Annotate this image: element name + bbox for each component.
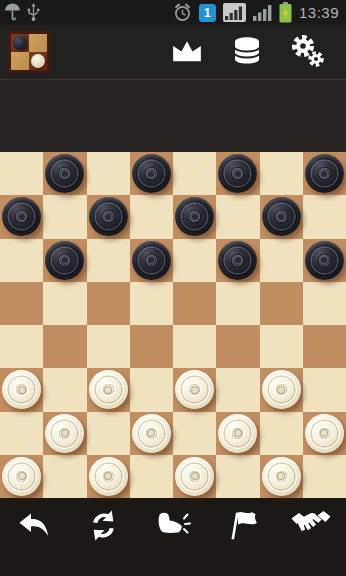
coins-button[interactable] bbox=[230, 32, 264, 72]
white-piece[interactable] bbox=[89, 457, 128, 496]
board-square[interactable] bbox=[130, 412, 173, 455]
black-piece[interactable] bbox=[45, 241, 84, 280]
black-piece[interactable] bbox=[2, 197, 41, 236]
app-background-gap bbox=[0, 80, 346, 152]
white-piece[interactable] bbox=[45, 414, 84, 453]
app-icon-light-square bbox=[11, 52, 29, 70]
settings-button[interactable] bbox=[290, 32, 324, 72]
app-icon-white-piece bbox=[31, 54, 45, 68]
board-square[interactable] bbox=[303, 325, 346, 368]
app-icon-dark-square bbox=[11, 34, 29, 52]
board-square[interactable] bbox=[260, 412, 303, 455]
board-square[interactable] bbox=[43, 195, 86, 238]
board-square[interactable] bbox=[173, 282, 216, 325]
crown-icon bbox=[171, 39, 203, 66]
action-bar bbox=[0, 25, 346, 80]
black-piece[interactable] bbox=[218, 241, 257, 280]
app-icon-black-piece bbox=[13, 36, 27, 50]
board-square[interactable] bbox=[216, 282, 259, 325]
handshake-icon bbox=[291, 509, 331, 540]
board-square[interactable] bbox=[260, 195, 303, 238]
board-square[interactable] bbox=[130, 239, 173, 282]
gears-icon bbox=[290, 34, 324, 71]
board-square[interactable] bbox=[43, 152, 86, 195]
board-square[interactable] bbox=[260, 368, 303, 411]
board-square[interactable] bbox=[260, 239, 303, 282]
board-square[interactable] bbox=[173, 239, 216, 282]
signal-sim2-icon bbox=[253, 4, 272, 21]
board-square[interactable] bbox=[173, 455, 216, 498]
board-square[interactable] bbox=[130, 195, 173, 238]
restart-button[interactable] bbox=[76, 509, 132, 559]
battery-charging-icon bbox=[279, 2, 292, 23]
board-square[interactable] bbox=[0, 412, 43, 455]
board-square[interactable] bbox=[43, 239, 86, 282]
white-piece[interactable] bbox=[2, 457, 41, 496]
board-square[interactable] bbox=[260, 282, 303, 325]
board-square[interactable] bbox=[173, 195, 216, 238]
board-square[interactable] bbox=[260, 455, 303, 498]
board-square[interactable] bbox=[0, 325, 43, 368]
board-square[interactable] bbox=[303, 368, 346, 411]
black-piece[interactable] bbox=[262, 197, 301, 236]
rankings-button[interactable] bbox=[170, 32, 204, 72]
board-square[interactable] bbox=[0, 455, 43, 498]
phone-screen: 1 13:39 bbox=[0, 0, 346, 576]
umbrella-icon bbox=[5, 3, 20, 22]
board-square[interactable] bbox=[303, 412, 346, 455]
flag-icon bbox=[227, 509, 258, 544]
white-piece[interactable] bbox=[262, 457, 301, 496]
board-square[interactable] bbox=[216, 152, 259, 195]
white-piece[interactable] bbox=[305, 414, 344, 453]
board-square[interactable] bbox=[43, 368, 86, 411]
board-square[interactable] bbox=[130, 368, 173, 411]
board-square[interactable] bbox=[173, 152, 216, 195]
board-square[interactable] bbox=[260, 325, 303, 368]
black-piece[interactable] bbox=[89, 197, 128, 236]
restart-icon bbox=[88, 509, 119, 545]
kick-boot-icon bbox=[154, 509, 191, 542]
white-piece[interactable] bbox=[262, 370, 301, 409]
undo-button[interactable] bbox=[7, 509, 63, 559]
board-square[interactable] bbox=[216, 325, 259, 368]
undo-icon bbox=[17, 509, 53, 542]
board-square[interactable] bbox=[173, 368, 216, 411]
black-piece[interactable] bbox=[175, 197, 214, 236]
checkers-app-icon bbox=[8, 31, 50, 73]
board-square[interactable] bbox=[0, 282, 43, 325]
board-square[interactable] bbox=[43, 455, 86, 498]
board-square[interactable] bbox=[173, 325, 216, 368]
board-square[interactable] bbox=[0, 239, 43, 282]
alarm-icon bbox=[173, 3, 192, 22]
bottom-toolbar bbox=[0, 498, 346, 576]
board-square[interactable] bbox=[303, 195, 346, 238]
board-square[interactable] bbox=[43, 325, 86, 368]
app-icon-light-square bbox=[29, 34, 47, 52]
black-piece[interactable] bbox=[132, 241, 171, 280]
coins-stack-icon bbox=[232, 36, 262, 69]
board-square[interactable] bbox=[87, 368, 130, 411]
board-square[interactable] bbox=[87, 282, 130, 325]
black-piece[interactable] bbox=[305, 154, 344, 193]
board-square[interactable] bbox=[87, 195, 130, 238]
kick-button[interactable] bbox=[145, 509, 201, 559]
app-icon-dark-square bbox=[29, 52, 47, 70]
board-square[interactable] bbox=[216, 195, 259, 238]
board-square[interactable] bbox=[87, 455, 130, 498]
resign-button[interactable] bbox=[214, 509, 270, 559]
black-piece[interactable] bbox=[218, 154, 257, 193]
board-square[interactable] bbox=[0, 368, 43, 411]
board-square[interactable] bbox=[0, 152, 43, 195]
board-square[interactable] bbox=[130, 325, 173, 368]
black-piece[interactable] bbox=[45, 154, 84, 193]
draw-button[interactable] bbox=[283, 509, 339, 559]
action-bar-buttons bbox=[170, 32, 324, 72]
black-piece[interactable] bbox=[132, 154, 171, 193]
board-square[interactable] bbox=[303, 239, 346, 282]
white-piece[interactable] bbox=[132, 414, 171, 453]
board-square[interactable] bbox=[87, 412, 130, 455]
board-square[interactable] bbox=[87, 239, 130, 282]
board-square[interactable] bbox=[260, 152, 303, 195]
board-square[interactable] bbox=[303, 152, 346, 195]
board-square[interactable] bbox=[216, 455, 259, 498]
white-piece[interactable] bbox=[218, 414, 257, 453]
board-square[interactable] bbox=[216, 368, 259, 411]
board-square[interactable] bbox=[216, 239, 259, 282]
board-square[interactable] bbox=[43, 282, 86, 325]
black-piece[interactable] bbox=[305, 241, 344, 280]
board bbox=[0, 152, 346, 498]
board-square[interactable] bbox=[130, 455, 173, 498]
white-piece[interactable] bbox=[175, 370, 214, 409]
board-square[interactable] bbox=[303, 282, 346, 325]
notification-count-badge: 1 bbox=[199, 4, 216, 22]
board-square[interactable] bbox=[87, 325, 130, 368]
board-square[interactable] bbox=[130, 152, 173, 195]
board-square[interactable] bbox=[173, 412, 216, 455]
board-square[interactable] bbox=[43, 412, 86, 455]
board-square[interactable] bbox=[0, 195, 43, 238]
usb-icon bbox=[27, 3, 40, 22]
white-piece[interactable] bbox=[175, 457, 214, 496]
board-square[interactable] bbox=[303, 455, 346, 498]
status-clock: 13:39 bbox=[299, 4, 341, 21]
status-bar: 1 13:39 bbox=[0, 0, 346, 25]
board-square[interactable] bbox=[130, 282, 173, 325]
signal-sim1-icon bbox=[223, 3, 246, 22]
white-piece[interactable] bbox=[89, 370, 128, 409]
board-square[interactable] bbox=[216, 412, 259, 455]
board-square[interactable] bbox=[87, 152, 130, 195]
white-piece[interactable] bbox=[2, 370, 41, 409]
